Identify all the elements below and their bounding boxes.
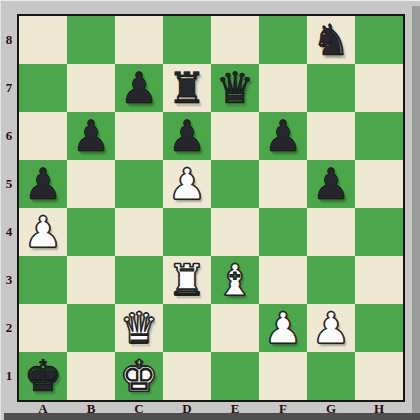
- square-f3[interactable]: [259, 256, 307, 304]
- square-e1[interactable]: [211, 352, 259, 400]
- square-g1[interactable]: [307, 352, 355, 400]
- square-e8[interactable]: [211, 16, 259, 64]
- square-h1[interactable]: [355, 352, 403, 400]
- square-h2[interactable]: [355, 304, 403, 352]
- square-g7[interactable]: [307, 64, 355, 112]
- square-c1[interactable]: ♚: [115, 352, 163, 400]
- square-b2[interactable]: [67, 304, 115, 352]
- chess-board: ♞♟♜♛♟♟♟♟♟♟♟♜♝♛♟♟♚♚: [19, 16, 403, 400]
- square-c2[interactable]: ♛: [115, 304, 163, 352]
- square-b6[interactable]: ♟: [67, 112, 115, 160]
- square-b1[interactable]: [67, 352, 115, 400]
- chess-diagram-panel: 87654321 ♞♟♜♛♟♟♟♟♟♟♟♜♝♛♟♟♚♚ ABCDEFGH: [0, 0, 420, 420]
- piece-black-pawn[interactable]: ♟: [307, 160, 355, 208]
- square-f7[interactable]: [259, 64, 307, 112]
- square-c4[interactable]: [115, 208, 163, 256]
- rank-label-3: 3: [1, 256, 17, 304]
- square-e6[interactable]: [211, 112, 259, 160]
- piece-white-king[interactable]: ♚: [115, 352, 163, 400]
- piece-white-bishop[interactable]: ♝: [211, 256, 259, 304]
- square-e2[interactable]: [211, 304, 259, 352]
- square-g5[interactable]: ♟: [307, 160, 355, 208]
- square-d8[interactable]: [163, 16, 211, 64]
- square-a3[interactable]: [19, 256, 67, 304]
- square-b3[interactable]: [67, 256, 115, 304]
- square-g3[interactable]: [307, 256, 355, 304]
- square-d7[interactable]: ♜: [163, 64, 211, 112]
- square-d6[interactable]: ♟: [163, 112, 211, 160]
- square-f4[interactable]: [259, 208, 307, 256]
- panel-shadow-right: [412, 6, 420, 413]
- square-f6[interactable]: ♟: [259, 112, 307, 160]
- piece-white-rook[interactable]: ♜: [163, 256, 211, 304]
- square-c6[interactable]: [115, 112, 163, 160]
- square-d4[interactable]: [163, 208, 211, 256]
- rank-label-6: 6: [1, 112, 17, 160]
- piece-black-queen[interactable]: ♛: [211, 64, 259, 112]
- square-d5[interactable]: ♟: [163, 160, 211, 208]
- square-g2[interactable]: ♟: [307, 304, 355, 352]
- square-f8[interactable]: [259, 16, 307, 64]
- square-a4[interactable]: ♟: [19, 208, 67, 256]
- square-d1[interactable]: [163, 352, 211, 400]
- square-f5[interactable]: [259, 160, 307, 208]
- square-h4[interactable]: [355, 208, 403, 256]
- square-d2[interactable]: [163, 304, 211, 352]
- square-b8[interactable]: [67, 16, 115, 64]
- square-e5[interactable]: [211, 160, 259, 208]
- square-f2[interactable]: ♟: [259, 304, 307, 352]
- piece-black-rook[interactable]: ♜: [163, 64, 211, 112]
- square-b7[interactable]: [67, 64, 115, 112]
- square-c5[interactable]: [115, 160, 163, 208]
- square-h3[interactable]: [355, 256, 403, 304]
- square-e7[interactable]: ♛: [211, 64, 259, 112]
- square-b5[interactable]: [67, 160, 115, 208]
- piece-black-pawn[interactable]: ♟: [163, 112, 211, 160]
- square-c7[interactable]: ♟: [115, 64, 163, 112]
- square-g8[interactable]: ♞: [307, 16, 355, 64]
- square-d3[interactable]: ♜: [163, 256, 211, 304]
- square-h8[interactable]: [355, 16, 403, 64]
- square-h5[interactable]: [355, 160, 403, 208]
- square-e3[interactable]: ♝: [211, 256, 259, 304]
- piece-black-king[interactable]: ♚: [19, 352, 67, 400]
- piece-black-knight[interactable]: ♞: [307, 16, 355, 64]
- board-frame: ♞♟♜♛♟♟♟♟♟♟♟♜♝♛♟♟♚♚: [17, 14, 405, 402]
- square-a1[interactable]: ♚: [19, 352, 67, 400]
- square-h6[interactable]: [355, 112, 403, 160]
- piece-black-pawn[interactable]: ♟: [67, 112, 115, 160]
- piece-white-pawn[interactable]: ♟: [19, 208, 67, 256]
- piece-white-pawn[interactable]: ♟: [259, 304, 307, 352]
- square-a8[interactable]: [19, 16, 67, 64]
- rank-label-8: 8: [1, 16, 17, 64]
- rank-label-1: 1: [1, 352, 17, 400]
- piece-black-pawn[interactable]: ♟: [259, 112, 307, 160]
- square-g6[interactable]: [307, 112, 355, 160]
- square-g4[interactable]: [307, 208, 355, 256]
- square-h7[interactable]: [355, 64, 403, 112]
- square-e4[interactable]: [211, 208, 259, 256]
- rank-labels: 87654321: [1, 16, 17, 400]
- rank-label-7: 7: [1, 64, 17, 112]
- square-a5[interactable]: ♟: [19, 160, 67, 208]
- square-c3[interactable]: [115, 256, 163, 304]
- square-a6[interactable]: [19, 112, 67, 160]
- panel-shadow-bottom: [4, 413, 420, 420]
- piece-white-queen[interactable]: ♛: [115, 304, 163, 352]
- piece-white-pawn[interactable]: ♟: [307, 304, 355, 352]
- rank-label-4: 4: [1, 208, 17, 256]
- rank-label-2: 2: [1, 304, 17, 352]
- piece-black-pawn[interactable]: ♟: [19, 160, 67, 208]
- square-c8[interactable]: [115, 16, 163, 64]
- rank-label-5: 5: [1, 160, 17, 208]
- square-a2[interactable]: [19, 304, 67, 352]
- piece-black-pawn[interactable]: ♟: [115, 64, 163, 112]
- square-b4[interactable]: [67, 208, 115, 256]
- square-f1[interactable]: [259, 352, 307, 400]
- piece-white-pawn[interactable]: ♟: [163, 160, 211, 208]
- square-a7[interactable]: [19, 64, 67, 112]
